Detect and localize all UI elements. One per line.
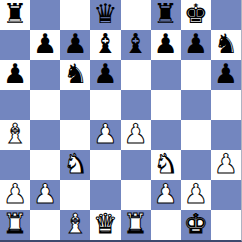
square-f2[interactable]: ♟ xyxy=(151,180,181,210)
square-f3[interactable]: ♞ xyxy=(151,150,181,180)
piece-white-rook[interactable]: ♜ xyxy=(123,210,147,239)
square-d8[interactable]: ♛ xyxy=(90,0,120,30)
square-a7[interactable] xyxy=(0,30,30,60)
piece-white-pawn[interactable]: ♟ xyxy=(33,180,57,209)
piece-white-rook[interactable]: ♜ xyxy=(3,210,27,239)
square-b7[interactable]: ♟ xyxy=(30,30,60,60)
piece-white-pawn[interactable]: ♟ xyxy=(214,150,238,179)
piece-black-knight[interactable]: ♞ xyxy=(63,60,87,89)
piece-black-pawn[interactable]: ♟ xyxy=(184,30,208,59)
square-f6[interactable] xyxy=(151,60,181,90)
piece-black-pawn[interactable]: ♟ xyxy=(93,60,117,89)
square-d6[interactable]: ♟ xyxy=(90,60,120,90)
square-e4[interactable]: ♟ xyxy=(121,120,151,150)
square-h8[interactable] xyxy=(211,0,241,30)
square-f7[interactable]: ♟ xyxy=(151,30,181,60)
square-f4[interactable] xyxy=(151,120,181,150)
square-c3[interactable]: ♞ xyxy=(60,150,90,180)
square-b1[interactable] xyxy=(30,210,60,240)
piece-white-knight[interactable]: ♞ xyxy=(63,150,87,179)
square-c8[interactable] xyxy=(60,0,90,30)
square-a8[interactable]: ♜ xyxy=(0,0,30,30)
square-c6[interactable]: ♞ xyxy=(60,60,90,90)
piece-white-pawn[interactable]: ♟ xyxy=(154,180,178,209)
square-e5[interactable] xyxy=(121,90,151,120)
square-a6[interactable]: ♟ xyxy=(0,60,30,90)
square-a4[interactable]: ♝ xyxy=(0,120,30,150)
square-e7[interactable]: ♝ xyxy=(121,30,151,60)
square-g5[interactable] xyxy=(181,90,211,120)
chess-board: ♜♛♜♚♟♟♝♝♟♟♞♟♞♟♟♝♟♟♞♞♟♟♟♟♟♜♝♛♜♚ xyxy=(0,0,242,242)
piece-black-king[interactable]: ♚ xyxy=(184,0,208,29)
square-f5[interactable] xyxy=(151,90,181,120)
piece-white-queen[interactable]: ♛ xyxy=(93,210,117,239)
square-h5[interactable] xyxy=(211,90,241,120)
square-a1[interactable]: ♜ xyxy=(0,210,30,240)
square-b3[interactable] xyxy=(30,150,60,180)
square-e8[interactable] xyxy=(121,0,151,30)
square-g8[interactable]: ♚ xyxy=(181,0,211,30)
square-b4[interactable] xyxy=(30,120,60,150)
square-h3[interactable]: ♟ xyxy=(211,150,241,180)
square-c1[interactable]: ♝ xyxy=(60,210,90,240)
square-e6[interactable] xyxy=(121,60,151,90)
square-h7[interactable]: ♞ xyxy=(211,30,241,60)
piece-black-bishop[interactable]: ♝ xyxy=(123,30,147,59)
piece-white-pawn[interactable]: ♟ xyxy=(93,120,117,149)
square-h2[interactable] xyxy=(211,180,241,210)
square-d2[interactable] xyxy=(90,180,120,210)
square-c4[interactable] xyxy=(60,120,90,150)
piece-black-pawn[interactable]: ♟ xyxy=(154,30,178,59)
piece-black-pawn[interactable]: ♟ xyxy=(3,60,27,89)
square-d5[interactable] xyxy=(90,90,120,120)
piece-white-pawn[interactable]: ♟ xyxy=(184,180,208,209)
square-b8[interactable] xyxy=(30,0,60,30)
square-d3[interactable] xyxy=(90,150,120,180)
square-c5[interactable] xyxy=(60,90,90,120)
square-h1[interactable] xyxy=(211,210,241,240)
square-h4[interactable] xyxy=(211,120,241,150)
square-e3[interactable] xyxy=(121,150,151,180)
square-d7[interactable]: ♝ xyxy=(90,30,120,60)
piece-black-pawn[interactable]: ♟ xyxy=(63,30,87,59)
square-c7[interactable]: ♟ xyxy=(60,30,90,60)
square-b2[interactable]: ♟ xyxy=(30,180,60,210)
piece-white-pawn[interactable]: ♟ xyxy=(123,120,147,149)
square-h6[interactable]: ♟ xyxy=(211,60,241,90)
piece-black-knight[interactable]: ♞ xyxy=(214,30,238,59)
piece-black-queen[interactable]: ♛ xyxy=(93,0,117,29)
square-b5[interactable] xyxy=(30,90,60,120)
square-g6[interactable] xyxy=(181,60,211,90)
piece-black-rook[interactable]: ♜ xyxy=(154,0,178,29)
piece-black-pawn[interactable]: ♟ xyxy=(214,60,238,89)
piece-black-bishop[interactable]: ♝ xyxy=(93,30,117,59)
piece-white-king[interactable]: ♚ xyxy=(184,210,208,239)
square-a3[interactable] xyxy=(0,150,30,180)
square-g4[interactable] xyxy=(181,120,211,150)
piece-white-bishop[interactable]: ♝ xyxy=(3,120,27,149)
square-g1[interactable]: ♚ xyxy=(181,210,211,240)
square-c2[interactable] xyxy=(60,180,90,210)
square-f1[interactable] xyxy=(151,210,181,240)
piece-black-pawn[interactable]: ♟ xyxy=(33,30,57,59)
piece-white-pawn[interactable]: ♟ xyxy=(3,180,27,209)
square-g2[interactable]: ♟ xyxy=(181,180,211,210)
square-f8[interactable]: ♜ xyxy=(151,0,181,30)
square-b6[interactable] xyxy=(30,60,60,90)
piece-black-rook[interactable]: ♜ xyxy=(3,0,27,29)
square-g3[interactable] xyxy=(181,150,211,180)
piece-white-knight[interactable]: ♞ xyxy=(154,150,178,179)
square-e1[interactable]: ♜ xyxy=(121,210,151,240)
piece-white-bishop[interactable]: ♝ xyxy=(63,210,87,239)
square-d4[interactable]: ♟ xyxy=(90,120,120,150)
square-g7[interactable]: ♟ xyxy=(181,30,211,60)
square-a2[interactable]: ♟ xyxy=(0,180,30,210)
square-e2[interactable] xyxy=(121,180,151,210)
square-a5[interactable] xyxy=(0,90,30,120)
square-d1[interactable]: ♛ xyxy=(90,210,120,240)
